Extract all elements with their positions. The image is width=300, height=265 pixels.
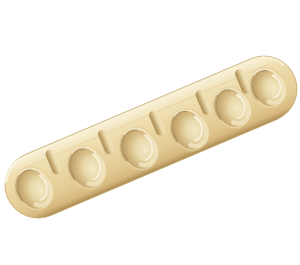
product-image	[0, 0, 300, 265]
beam-render-svg	[0, 0, 300, 265]
